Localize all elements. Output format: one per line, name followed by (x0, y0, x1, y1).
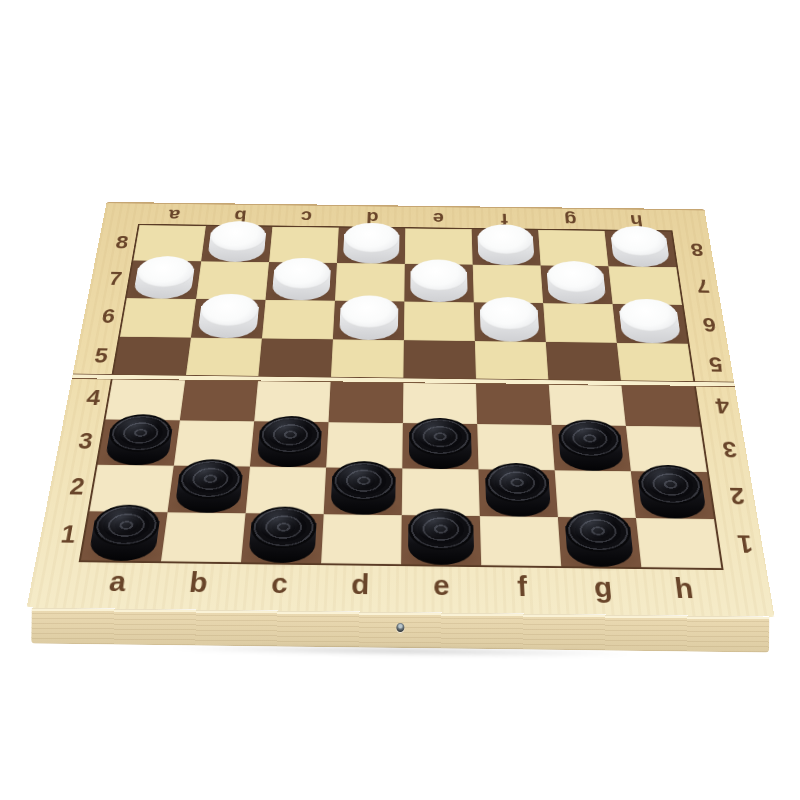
checker-black-h2[interactable] (637, 464, 708, 518)
square-f4[interactable] (476, 382, 552, 426)
checker-white-b6[interactable] (197, 293, 260, 338)
file-label-bottom-h: h (642, 572, 727, 605)
square-h2[interactable] (631, 471, 714, 519)
square-f1[interactable] (480, 516, 561, 566)
square-e1[interactable] (401, 515, 481, 565)
file-label-bottom-d: d (319, 568, 401, 601)
rank-label-right-8: 8 (671, 232, 714, 268)
square-b2[interactable] (168, 465, 250, 513)
file-label-top-e: e (405, 208, 471, 227)
checker-top-face (343, 223, 399, 254)
file-label-top-g: g (537, 210, 605, 229)
checker-black-a3[interactable] (104, 414, 174, 466)
square-a5[interactable] (113, 337, 191, 378)
file-label-bottom-f: f (481, 570, 563, 603)
checker-white-h6[interactable] (618, 298, 682, 343)
file-label-bottom-a: a (74, 565, 160, 598)
square-b5[interactable] (186, 337, 262, 379)
square-f6[interactable] (474, 302, 546, 342)
checker-white-c7[interactable] (271, 257, 331, 300)
square-c7[interactable] (266, 262, 337, 300)
checker-white-d8[interactable] (343, 223, 400, 264)
square-e7[interactable] (404, 264, 473, 302)
square-g1[interactable] (558, 517, 641, 567)
square-c6[interactable] (262, 299, 335, 339)
square-h4[interactable] (621, 383, 700, 427)
checker-black-a1[interactable] (88, 504, 162, 561)
square-h1[interactable] (636, 518, 721, 568)
file-label-top-a: a (140, 205, 209, 224)
square-d5[interactable] (331, 339, 404, 381)
checker-white-h8[interactable] (610, 226, 671, 267)
hinge-screw (396, 623, 404, 632)
square-a7[interactable] (127, 261, 201, 299)
file-label-bottom-g: g (562, 571, 646, 604)
checker-white-e7[interactable] (410, 259, 468, 302)
checker-top-face (409, 417, 472, 455)
square-a1[interactable] (81, 511, 168, 561)
square-g5[interactable] (546, 342, 621, 384)
square-b1[interactable] (161, 512, 246, 562)
photo-background: abcdefgh 87654321 87654321 abcdefgh (0, 0, 800, 800)
board-frame (79, 224, 724, 570)
square-c3[interactable] (250, 422, 329, 468)
square-h8[interactable] (605, 231, 677, 267)
board-grid (81, 225, 721, 568)
checker-black-b2[interactable] (174, 459, 244, 513)
square-g6[interactable] (543, 303, 617, 343)
square-g3[interactable] (552, 425, 631, 471)
square-h5[interactable] (617, 343, 694, 385)
checker-white-a7[interactable] (133, 256, 196, 299)
square-e6[interactable] (404, 301, 475, 341)
square-d2[interactable] (324, 467, 403, 515)
square-d6[interactable] (333, 300, 404, 340)
square-g7[interactable] (541, 266, 613, 304)
checker-black-g1[interactable] (564, 510, 634, 567)
square-f5[interactable] (475, 341, 549, 383)
checker-white-d6[interactable] (339, 295, 399, 340)
file-label-bottom-e: e (401, 569, 483, 602)
file-label-bottom-c: c (238, 567, 321, 600)
square-e3[interactable] (402, 423, 478, 469)
square-c5[interactable] (258, 338, 333, 380)
checker-black-f2[interactable] (485, 463, 551, 517)
checkers-board: abcdefgh 87654321 87654321 abcdefgh (27, 202, 775, 617)
checker-black-e1[interactable] (408, 508, 474, 565)
square-c1[interactable] (241, 513, 324, 563)
checker-white-f6[interactable] (479, 297, 539, 342)
checker-black-d2[interactable] (330, 461, 396, 515)
checker-white-f8[interactable] (477, 224, 535, 265)
square-a3[interactable] (98, 420, 180, 466)
checker-top-face (408, 508, 474, 550)
square-d1[interactable] (321, 514, 402, 564)
checker-black-g3[interactable] (557, 419, 624, 471)
square-b8[interactable] (201, 226, 272, 262)
checker-black-c1[interactable] (248, 506, 318, 563)
checker-top-face (410, 259, 467, 291)
square-f8[interactable] (472, 229, 541, 265)
square-a6[interactable] (120, 298, 196, 338)
square-d4[interactable] (329, 380, 404, 423)
square-f2[interactable] (478, 469, 557, 517)
square-b4[interactable] (180, 378, 258, 421)
square-d8[interactable] (337, 228, 405, 264)
checker-white-g7[interactable] (546, 261, 607, 304)
file-label-bottom-b: b (156, 566, 241, 599)
board-perspective-wrapper: abcdefgh 87654321 87654321 abcdefgh (27, 202, 775, 617)
checker-top-face (340, 295, 399, 328)
checker-black-c3[interactable] (256, 415, 322, 467)
file-label-top-c: c (272, 207, 339, 226)
checker-white-b8[interactable] (207, 221, 267, 262)
checker-black-e3[interactable] (409, 417, 472, 469)
square-h6[interactable] (613, 304, 688, 344)
square-b6[interactable] (191, 299, 266, 339)
folding-board-box: abcdefgh 87654321 87654321 abcdefgh (26, 87, 781, 661)
rank-label-right-7: 7 (676, 267, 721, 305)
square-e5[interactable] (403, 340, 476, 382)
